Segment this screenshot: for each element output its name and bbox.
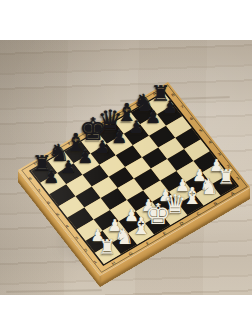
piece-black-pawn[interactable]: ♟: [44, 168, 60, 186]
piece-white-rook[interactable]: ♜: [217, 168, 235, 188]
piece-black-pawn[interactable]: ♟: [77, 148, 93, 166]
piece-white-rook[interactable]: ♜: [98, 237, 116, 257]
piece-black-pawn[interactable]: ♟: [94, 138, 110, 156]
product-photo: HGFEDCBA HGFEDCBA 87654321 87654321 ♜♞♝♛…: [0, 0, 252, 336]
piece-black-pawn[interactable]: ♟: [162, 98, 178, 116]
piece-black-pawn[interactable]: ♟: [60, 158, 76, 176]
piece-white-knight[interactable]: ♞: [114, 226, 134, 248]
piece-black-pawn[interactable]: ♟: [128, 118, 144, 136]
piece-black-pawn[interactable]: ♟: [145, 108, 161, 126]
pieces-layer: ♜♞♝♛♚♝♞♜♟♟♟♟♟♟♟♟♟♟♟♟♟♟♟♟♜♞♝♛♚♝♞♜: [0, 0, 252, 336]
piece-black-pawn[interactable]: ♟: [111, 128, 127, 146]
